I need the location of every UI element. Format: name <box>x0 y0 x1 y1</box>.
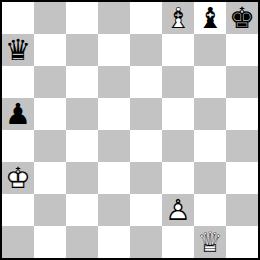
square-d4[interactable] <box>98 130 130 162</box>
square-c3[interactable] <box>66 162 98 194</box>
square-e3[interactable] <box>130 162 162 194</box>
black-piece-glyph: ♛ <box>2 34 34 66</box>
square-g8[interactable]: ♝ <box>194 2 226 34</box>
square-e7[interactable] <box>130 34 162 66</box>
square-g3[interactable] <box>194 162 226 194</box>
square-c4[interactable] <box>66 130 98 162</box>
square-e8[interactable] <box>130 2 162 34</box>
square-h3[interactable] <box>226 162 258 194</box>
square-g1[interactable]: ♛♕ <box>194 226 226 258</box>
square-h5[interactable] <box>226 98 258 130</box>
chess-board: ♝♗♝♚♛♟♚♔♟♙♛♕ <box>0 0 260 260</box>
square-a6[interactable] <box>2 66 34 98</box>
square-h2[interactable] <box>226 194 258 226</box>
black-pawn-a5[interactable]: ♟ <box>2 98 34 130</box>
square-d7[interactable] <box>98 34 130 66</box>
square-a2[interactable] <box>2 194 34 226</box>
square-d3[interactable] <box>98 162 130 194</box>
square-b1[interactable] <box>34 226 66 258</box>
white-piece-outline: ♙ <box>162 194 194 226</box>
square-g6[interactable] <box>194 66 226 98</box>
square-a3[interactable]: ♚♔ <box>2 162 34 194</box>
square-g2[interactable] <box>194 194 226 226</box>
square-c7[interactable] <box>66 34 98 66</box>
square-h6[interactable] <box>226 66 258 98</box>
black-bishop-g8[interactable]: ♝ <box>194 2 226 34</box>
white-piece-outline: ♔ <box>2 162 34 194</box>
square-b5[interactable] <box>34 98 66 130</box>
square-a8[interactable] <box>2 2 34 34</box>
white-piece-outline: ♗ <box>162 2 194 34</box>
square-c6[interactable] <box>66 66 98 98</box>
square-c8[interactable] <box>66 2 98 34</box>
square-b2[interactable] <box>34 194 66 226</box>
white-bishop-f8[interactable]: ♝♗ <box>162 2 194 34</box>
square-d2[interactable] <box>98 194 130 226</box>
square-f8[interactable]: ♝♗ <box>162 2 194 34</box>
square-e6[interactable] <box>130 66 162 98</box>
square-a1[interactable] <box>2 226 34 258</box>
square-b7[interactable] <box>34 34 66 66</box>
square-a7[interactable]: ♛ <box>2 34 34 66</box>
square-h1[interactable] <box>226 226 258 258</box>
square-f6[interactable] <box>162 66 194 98</box>
square-b8[interactable] <box>34 2 66 34</box>
square-f1[interactable] <box>162 226 194 258</box>
square-h7[interactable] <box>226 34 258 66</box>
black-queen-a7[interactable]: ♛ <box>2 34 34 66</box>
square-g4[interactable] <box>194 130 226 162</box>
square-g5[interactable] <box>194 98 226 130</box>
square-d8[interactable] <box>98 2 130 34</box>
square-b4[interactable] <box>34 130 66 162</box>
black-piece-glyph: ♚ <box>226 2 258 34</box>
square-e1[interactable] <box>130 226 162 258</box>
black-king-h8[interactable]: ♚ <box>226 2 258 34</box>
square-b6[interactable] <box>34 66 66 98</box>
square-d5[interactable] <box>98 98 130 130</box>
white-piece-outline: ♕ <box>194 226 226 258</box>
black-piece-glyph: ♝ <box>194 2 226 34</box>
square-c5[interactable] <box>66 98 98 130</box>
white-queen-g1[interactable]: ♛♕ <box>194 226 226 258</box>
white-king-a3[interactable]: ♚♔ <box>2 162 34 194</box>
square-f5[interactable] <box>162 98 194 130</box>
square-e2[interactable] <box>130 194 162 226</box>
square-b3[interactable] <box>34 162 66 194</box>
square-e5[interactable] <box>130 98 162 130</box>
square-f7[interactable] <box>162 34 194 66</box>
square-d6[interactable] <box>98 66 130 98</box>
square-h4[interactable] <box>226 130 258 162</box>
square-c2[interactable] <box>66 194 98 226</box>
square-a5[interactable]: ♟ <box>2 98 34 130</box>
square-e4[interactable] <box>130 130 162 162</box>
black-piece-glyph: ♟ <box>2 98 34 130</box>
white-pawn-f2[interactable]: ♟♙ <box>162 194 194 226</box>
square-f2[interactable]: ♟♙ <box>162 194 194 226</box>
square-d1[interactable] <box>98 226 130 258</box>
chessboard-diagram: ♝♗♝♚♛♟♚♔♟♙♛♕ <box>0 0 260 260</box>
square-h8[interactable]: ♚ <box>226 2 258 34</box>
square-f4[interactable] <box>162 130 194 162</box>
square-f3[interactable] <box>162 162 194 194</box>
square-a4[interactable] <box>2 130 34 162</box>
square-c1[interactable] <box>66 226 98 258</box>
square-g7[interactable] <box>194 34 226 66</box>
